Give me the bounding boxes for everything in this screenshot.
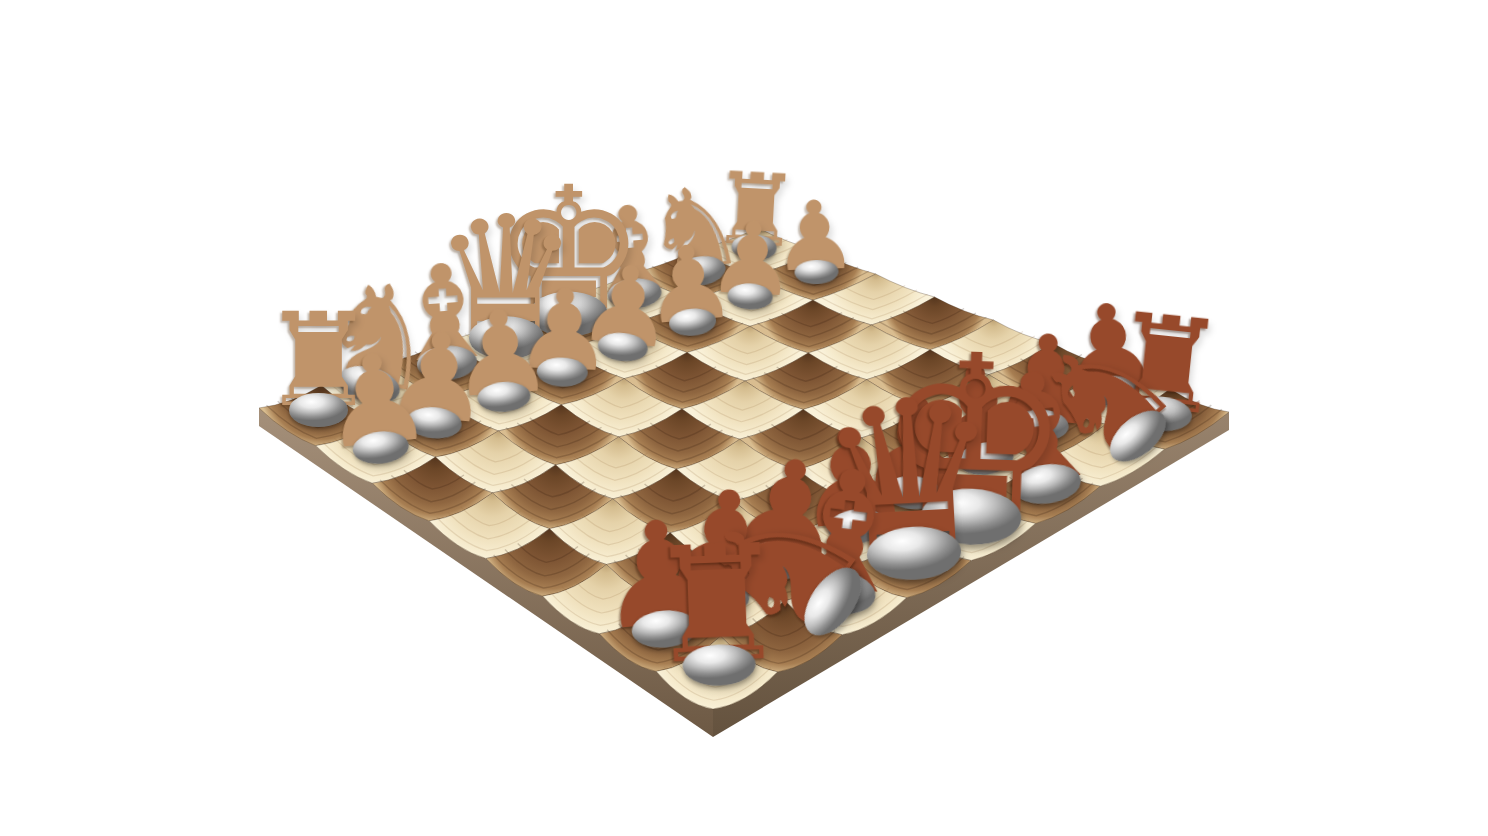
product-photo: ♜♞♝♛♚♝♞♜♟♟♟♟♟♟♟♟♜♞♝♛♚♝♞♜♟♟♟♟♟♟♟♟ [0,0,1488,836]
piece-white-pawn-a2[interactable]: ♟ [315,337,437,465]
piece-black-rook-a8[interactable]: ♜ [643,527,791,683]
pieces-layer: ♜♞♝♛♚♝♞♜♟♟♟♟♟♟♟♟♜♞♝♛♚♝♞♜♟♟♟♟♟♟♟♟ [0,0,1488,836]
